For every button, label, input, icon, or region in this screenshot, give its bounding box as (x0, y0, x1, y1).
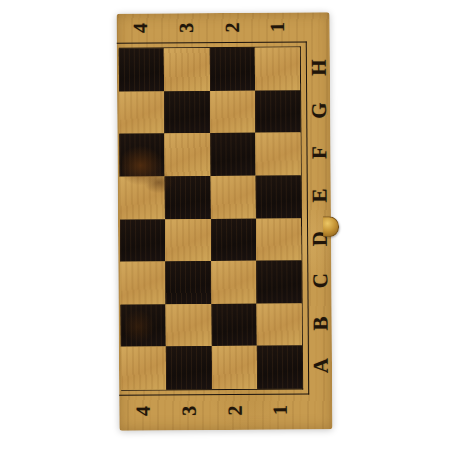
square-h2[interactable] (209, 48, 255, 91)
rank-labels-bottom: 4 3 2 1 (119, 392, 302, 428)
square-d4[interactable] (120, 219, 166, 262)
rank-label-bottom-3: 3 (170, 388, 205, 434)
square-h3[interactable] (164, 48, 210, 91)
rank-label-bottom-1: 1 (262, 387, 297, 433)
square-e1[interactable] (255, 175, 301, 218)
square-a1[interactable] (257, 346, 303, 389)
square-f1[interactable] (255, 133, 301, 176)
file-label-c: C (299, 270, 342, 292)
file-label-e: E (298, 184, 341, 206)
square-b4[interactable] (121, 304, 167, 347)
rank-label-top-4: 4 (125, 5, 154, 51)
square-d1[interactable] (256, 218, 302, 261)
rank-labels-top: 4 3 2 1 (117, 12, 300, 42)
file-label-f: F (298, 142, 341, 164)
rank-label-top-3: 3 (171, 5, 200, 51)
board-grid (119, 46, 303, 390)
square-d3[interactable] (165, 219, 211, 262)
chessboard-box: 4 3 2 1 H G F E D C B A 4 3 2 1 (117, 12, 333, 430)
rank-label-bottom-4: 4 (125, 388, 160, 434)
square-g3[interactable] (164, 91, 210, 134)
square-f2[interactable] (210, 133, 256, 176)
square-g4[interactable] (119, 91, 165, 134)
file-label-g: G (298, 99, 341, 121)
square-g2[interactable] (210, 90, 256, 133)
rank-label-top-1: 1 (262, 4, 291, 50)
square-c4[interactable] (120, 262, 166, 305)
square-h1[interactable] (255, 47, 301, 90)
square-e4[interactable] (120, 176, 166, 219)
square-c2[interactable] (211, 261, 257, 304)
rank-label-top-2: 2 (216, 4, 245, 50)
square-g1[interactable] (255, 90, 301, 133)
rank-label-bottom-2: 2 (216, 387, 251, 433)
square-e2[interactable] (210, 176, 256, 219)
square-b3[interactable] (166, 304, 212, 347)
file-label-h: H (298, 57, 341, 79)
square-a3[interactable] (166, 346, 212, 389)
photo-background: 4 3 2 1 H G F E D C B A 4 3 2 1 (0, 0, 450, 450)
square-a2[interactable] (211, 346, 257, 389)
square-b2[interactable] (211, 304, 257, 347)
square-e3[interactable] (165, 176, 211, 219)
square-b1[interactable] (256, 303, 302, 346)
square-h4[interactable] (119, 48, 165, 91)
square-f4[interactable] (119, 134, 165, 177)
square-a4[interactable] (121, 347, 167, 390)
square-f3[interactable] (165, 133, 211, 176)
file-label-a: A (300, 355, 343, 377)
square-d2[interactable] (210, 218, 256, 261)
file-label-b: B (299, 312, 342, 334)
square-c1[interactable] (256, 261, 302, 304)
square-c3[interactable] (166, 261, 212, 304)
